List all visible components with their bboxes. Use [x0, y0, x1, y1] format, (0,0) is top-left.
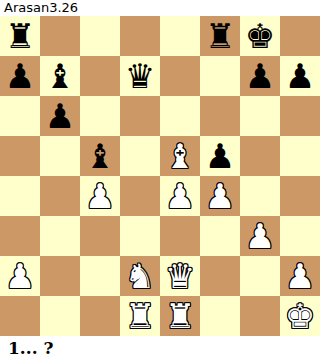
square-a4[interactable] — [0, 176, 40, 216]
square-a7[interactable]: ♟ — [0, 56, 40, 96]
window-title: Arasan3.26 — [0, 0, 320, 16]
square-d8[interactable] — [120, 16, 160, 56]
square-a6[interactable] — [0, 96, 40, 136]
square-a3[interactable] — [0, 216, 40, 256]
square-e6[interactable] — [160, 96, 200, 136]
square-a5[interactable] — [0, 136, 40, 176]
piece-white-bishop[interactable]: ♝ — [165, 136, 195, 176]
square-c6[interactable] — [80, 96, 120, 136]
square-b8[interactable] — [40, 16, 80, 56]
chess-board[interactable]: ♜♜♚♟♝♛♟♟♟♝♝♟♟♟♟♟♟♞♛♟♜♜♚ — [0, 16, 320, 336]
square-f2[interactable] — [200, 256, 240, 296]
square-e1[interactable]: ♜ — [160, 296, 200, 336]
square-h4[interactable] — [280, 176, 320, 216]
move-prompt: 1... ? — [0, 336, 320, 360]
piece-white-rook[interactable]: ♜ — [125, 296, 155, 336]
square-g8[interactable]: ♚ — [240, 16, 280, 56]
square-d6[interactable] — [120, 96, 160, 136]
square-g1[interactable] — [240, 296, 280, 336]
square-a1[interactable] — [0, 296, 40, 336]
arasan-window: Arasan3.26 ♜♜♚♟♝♛♟♟♟♝♝♟♟♟♟♟♟♞♛♟♜♜♚ 1... … — [0, 0, 320, 360]
square-f5[interactable]: ♟ — [200, 136, 240, 176]
piece-white-knight[interactable]: ♞ — [125, 256, 155, 296]
square-b2[interactable] — [40, 256, 80, 296]
square-c4[interactable]: ♟ — [80, 176, 120, 216]
piece-white-king[interactable]: ♚ — [285, 296, 315, 336]
square-h8[interactable] — [280, 16, 320, 56]
square-d1[interactable]: ♜ — [120, 296, 160, 336]
square-c2[interactable] — [80, 256, 120, 296]
piece-white-pawn[interactable]: ♟ — [205, 176, 235, 216]
piece-black-king[interactable]: ♚ — [245, 16, 275, 56]
piece-white-rook[interactable]: ♜ — [165, 296, 195, 336]
piece-black-rook[interactable]: ♜ — [205, 16, 235, 56]
square-f6[interactable] — [200, 96, 240, 136]
square-h5[interactable] — [280, 136, 320, 176]
square-e8[interactable] — [160, 16, 200, 56]
square-c5[interactable]: ♝ — [80, 136, 120, 176]
square-e2[interactable]: ♛ — [160, 256, 200, 296]
square-b3[interactable] — [40, 216, 80, 256]
square-f7[interactable] — [200, 56, 240, 96]
square-g5[interactable] — [240, 136, 280, 176]
square-g2[interactable] — [240, 256, 280, 296]
square-f1[interactable] — [200, 296, 240, 336]
piece-white-pawn[interactable]: ♟ — [245, 216, 275, 256]
piece-black-pawn[interactable]: ♟ — [205, 136, 235, 176]
square-b6[interactable]: ♟ — [40, 96, 80, 136]
piece-black-bishop[interactable]: ♝ — [45, 56, 75, 96]
square-h7[interactable]: ♟ — [280, 56, 320, 96]
square-g6[interactable] — [240, 96, 280, 136]
piece-black-bishop[interactable]: ♝ — [85, 136, 115, 176]
piece-black-pawn[interactable]: ♟ — [285, 56, 315, 96]
square-g7[interactable]: ♟ — [240, 56, 280, 96]
piece-white-pawn[interactable]: ♟ — [85, 176, 115, 216]
piece-black-rook[interactable]: ♜ — [5, 16, 35, 56]
square-g4[interactable] — [240, 176, 280, 216]
square-f8[interactable]: ♜ — [200, 16, 240, 56]
square-d2[interactable]: ♞ — [120, 256, 160, 296]
square-c8[interactable] — [80, 16, 120, 56]
piece-black-pawn[interactable]: ♟ — [5, 56, 35, 96]
square-b4[interactable] — [40, 176, 80, 216]
square-d5[interactable] — [120, 136, 160, 176]
piece-black-queen[interactable]: ♛ — [125, 56, 155, 96]
square-a2[interactable]: ♟ — [0, 256, 40, 296]
square-d4[interactable] — [120, 176, 160, 216]
piece-black-pawn[interactable]: ♟ — [245, 56, 275, 96]
square-d7[interactable]: ♛ — [120, 56, 160, 96]
piece-white-queen[interactable]: ♛ — [165, 256, 195, 296]
square-e4[interactable]: ♟ — [160, 176, 200, 216]
piece-white-pawn[interactable]: ♟ — [165, 176, 195, 216]
square-h2[interactable]: ♟ — [280, 256, 320, 296]
square-f3[interactable] — [200, 216, 240, 256]
square-h1[interactable]: ♚ — [280, 296, 320, 336]
square-c7[interactable] — [80, 56, 120, 96]
piece-black-pawn[interactable]: ♟ — [45, 96, 75, 136]
square-h6[interactable] — [280, 96, 320, 136]
piece-white-pawn[interactable]: ♟ — [5, 256, 35, 296]
square-f4[interactable]: ♟ — [200, 176, 240, 216]
square-c1[interactable] — [80, 296, 120, 336]
piece-white-pawn[interactable]: ♟ — [285, 256, 315, 296]
square-c3[interactable] — [80, 216, 120, 256]
square-b5[interactable] — [40, 136, 80, 176]
square-h3[interactable] — [280, 216, 320, 256]
square-e5[interactable]: ♝ — [160, 136, 200, 176]
square-a8[interactable]: ♜ — [0, 16, 40, 56]
square-b7[interactable]: ♝ — [40, 56, 80, 96]
square-d3[interactable] — [120, 216, 160, 256]
square-b1[interactable] — [40, 296, 80, 336]
square-e7[interactable] — [160, 56, 200, 96]
square-e3[interactable] — [160, 216, 200, 256]
square-g3[interactable]: ♟ — [240, 216, 280, 256]
